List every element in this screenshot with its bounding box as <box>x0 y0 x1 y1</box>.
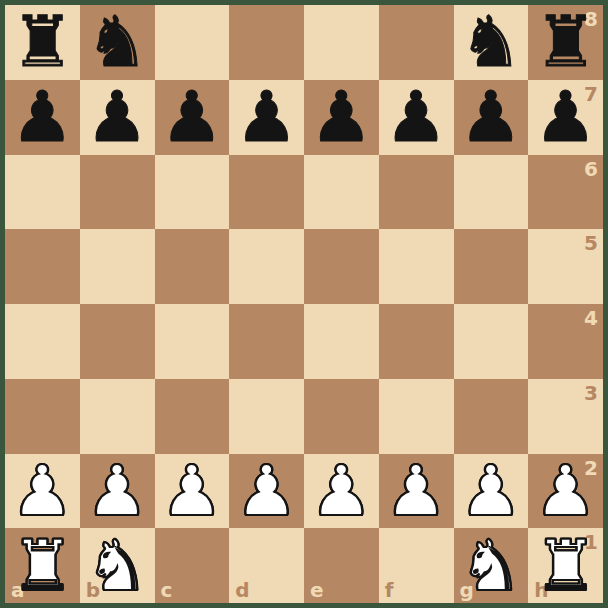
square-g7[interactable]: ♟ <box>454 80 529 155</box>
white-rook[interactable]: ♜ <box>11 529 74 603</box>
square-d3[interactable] <box>229 379 304 454</box>
white-knight[interactable]: ♞ <box>86 529 149 603</box>
black-knight[interactable]: ♞ <box>86 5 149 79</box>
file-label-f: f <box>385 580 394 600</box>
square-f8[interactable] <box>379 5 454 80</box>
square-g3[interactable] <box>454 379 529 454</box>
square-b4[interactable] <box>80 304 155 379</box>
square-b8[interactable]: ♞ <box>80 5 155 80</box>
square-f6[interactable] <box>379 155 454 230</box>
chess-board-frame: ♜♞♞8♜♟♟♟♟♟♟♟7♟6543♟♟♟♟♟♟♟2♟a♜b♞cdefg♞1h♜ <box>0 0 608 608</box>
square-a6[interactable] <box>5 155 80 230</box>
square-e2[interactable]: ♟ <box>304 454 379 529</box>
square-c8[interactable] <box>155 5 230 80</box>
square-e4[interactable] <box>304 304 379 379</box>
square-h7[interactable]: 7♟ <box>528 80 603 155</box>
square-f2[interactable]: ♟ <box>379 454 454 529</box>
square-f5[interactable] <box>379 229 454 304</box>
square-d5[interactable] <box>229 229 304 304</box>
square-c7[interactable]: ♟ <box>155 80 230 155</box>
white-pawn[interactable]: ♟ <box>385 454 448 528</box>
square-d7[interactable]: ♟ <box>229 80 304 155</box>
square-d2[interactable]: ♟ <box>229 454 304 529</box>
black-pawn[interactable]: ♟ <box>235 80 298 154</box>
square-a8[interactable]: ♜ <box>5 5 80 80</box>
square-a1[interactable]: a♜ <box>5 528 80 603</box>
square-d6[interactable] <box>229 155 304 230</box>
white-rook[interactable]: ♜ <box>534 529 597 603</box>
square-e3[interactable] <box>304 379 379 454</box>
square-h6[interactable]: 6 <box>528 155 603 230</box>
black-pawn[interactable]: ♟ <box>385 80 448 154</box>
square-e6[interactable] <box>304 155 379 230</box>
square-c5[interactable] <box>155 229 230 304</box>
black-pawn[interactable]: ♟ <box>534 80 597 154</box>
square-b2[interactable]: ♟ <box>80 454 155 529</box>
rank-label-5: 5 <box>584 233 598 253</box>
square-g1[interactable]: g♞ <box>454 528 529 603</box>
square-h1[interactable]: 1h♜ <box>528 528 603 603</box>
square-b3[interactable] <box>80 379 155 454</box>
square-b6[interactable] <box>80 155 155 230</box>
file-label-c: c <box>161 580 173 600</box>
square-h8[interactable]: 8♜ <box>528 5 603 80</box>
square-e5[interactable] <box>304 229 379 304</box>
black-knight[interactable]: ♞ <box>459 5 522 79</box>
square-c4[interactable] <box>155 304 230 379</box>
white-pawn[interactable]: ♟ <box>310 454 373 528</box>
square-b1[interactable]: b♞ <box>80 528 155 603</box>
square-a2[interactable]: ♟ <box>5 454 80 529</box>
white-pawn[interactable]: ♟ <box>86 454 149 528</box>
square-f3[interactable] <box>379 379 454 454</box>
square-f1[interactable]: f <box>379 528 454 603</box>
rank-label-6: 6 <box>584 159 598 179</box>
white-knight[interactable]: ♞ <box>459 529 522 603</box>
square-a7[interactable]: ♟ <box>5 80 80 155</box>
file-label-e: e <box>310 580 324 600</box>
square-a5[interactable] <box>5 229 80 304</box>
square-c2[interactable]: ♟ <box>155 454 230 529</box>
chess-board: ♜♞♞8♜♟♟♟♟♟♟♟7♟6543♟♟♟♟♟♟♟2♟a♜b♞cdefg♞1h♜ <box>5 5 603 603</box>
square-g8[interactable]: ♞ <box>454 5 529 80</box>
square-e1[interactable]: e <box>304 528 379 603</box>
file-label-d: d <box>235 580 249 600</box>
square-e7[interactable]: ♟ <box>304 80 379 155</box>
square-d1[interactable]: d <box>229 528 304 603</box>
square-c1[interactable]: c <box>155 528 230 603</box>
square-g2[interactable]: ♟ <box>454 454 529 529</box>
square-g5[interactable] <box>454 229 529 304</box>
square-d8[interactable] <box>229 5 304 80</box>
square-c6[interactable] <box>155 155 230 230</box>
square-d4[interactable] <box>229 304 304 379</box>
black-rook[interactable]: ♜ <box>11 5 74 79</box>
white-pawn[interactable]: ♟ <box>534 454 597 528</box>
rank-label-3: 3 <box>584 383 598 403</box>
square-h5[interactable]: 5 <box>528 229 603 304</box>
rank-label-4: 4 <box>584 308 598 328</box>
square-c3[interactable] <box>155 379 230 454</box>
square-f7[interactable]: ♟ <box>379 80 454 155</box>
black-rook[interactable]: ♜ <box>534 5 597 79</box>
square-g6[interactable] <box>454 155 529 230</box>
black-pawn[interactable]: ♟ <box>459 80 522 154</box>
black-pawn[interactable]: ♟ <box>11 80 74 154</box>
black-pawn[interactable]: ♟ <box>86 80 149 154</box>
square-b5[interactable] <box>80 229 155 304</box>
white-pawn[interactable]: ♟ <box>235 454 298 528</box>
square-b7[interactable]: ♟ <box>80 80 155 155</box>
square-e8[interactable] <box>304 5 379 80</box>
square-h3[interactable]: 3 <box>528 379 603 454</box>
black-pawn[interactable]: ♟ <box>310 80 373 154</box>
square-h4[interactable]: 4 <box>528 304 603 379</box>
white-pawn[interactable]: ♟ <box>459 454 522 528</box>
square-a4[interactable] <box>5 304 80 379</box>
square-h2[interactable]: 2♟ <box>528 454 603 529</box>
square-f4[interactable] <box>379 304 454 379</box>
black-pawn[interactable]: ♟ <box>160 80 223 154</box>
square-g4[interactable] <box>454 304 529 379</box>
square-a3[interactable] <box>5 379 80 454</box>
white-pawn[interactable]: ♟ <box>160 454 223 528</box>
white-pawn[interactable]: ♟ <box>11 454 74 528</box>
